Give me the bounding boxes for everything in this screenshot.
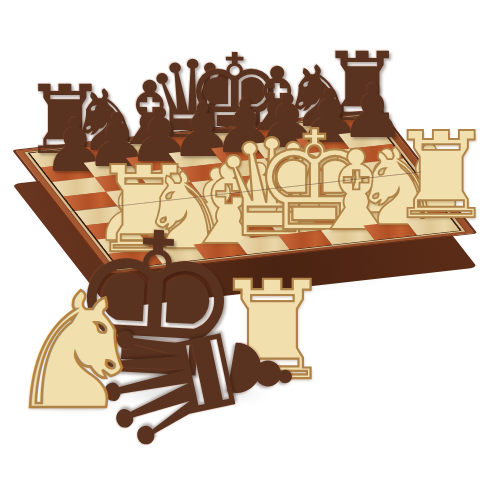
square-h1: ♜: [406, 216, 460, 235]
rook-shadow: [236, 364, 312, 380]
king-shadow: [112, 356, 196, 372]
white-rook: ♜: [388, 117, 495, 236]
scene: ♜♞♝♛♚♝♞♜♟♟♟♟♟♟♟♟♟♟♟♟♟♟♟♟♜♞♝♛♚♝♞♜ ♚♜♟♛♞: [0, 0, 500, 500]
lying-pieces-shadow: [104, 382, 274, 404]
fg-dark-queen-lying: ♛: [70, 287, 270, 474]
